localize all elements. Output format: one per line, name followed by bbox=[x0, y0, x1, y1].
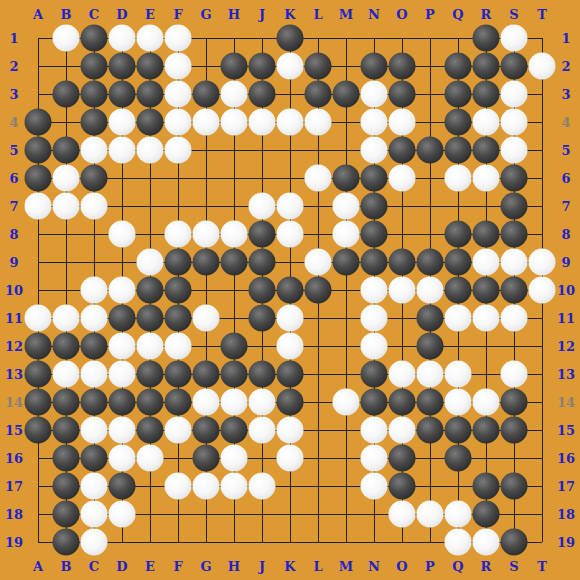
stone-O10-white[interactable] bbox=[389, 277, 416, 304]
row-label-right-8: 8 bbox=[561, 228, 570, 241]
row-label-right-4: 4 bbox=[561, 116, 570, 129]
col-label-top-N: N bbox=[368, 8, 380, 21]
stone-B14-black[interactable] bbox=[53, 389, 80, 416]
row-label-left-14: 14 bbox=[5, 396, 23, 409]
col-label-top-C: C bbox=[89, 8, 99, 21]
col-label-bottom-P: P bbox=[425, 560, 435, 573]
stone-J3-black[interactable] bbox=[249, 81, 276, 108]
stone-L10-black[interactable] bbox=[305, 277, 332, 304]
stone-D8-white[interactable] bbox=[109, 221, 136, 248]
stone-M14-white[interactable] bbox=[333, 389, 360, 416]
col-label-top-J: J bbox=[259, 8, 265, 21]
col-label-top-L: L bbox=[313, 8, 322, 21]
stone-K10-black[interactable] bbox=[277, 277, 304, 304]
stone-F10-black[interactable] bbox=[165, 277, 192, 304]
stone-B19-black[interactable] bbox=[53, 529, 80, 556]
row-label-right-18: 18 bbox=[557, 508, 575, 521]
stone-B17-black[interactable] bbox=[53, 473, 80, 500]
stone-S15-black[interactable] bbox=[501, 417, 528, 444]
stone-K8-white[interactable] bbox=[277, 221, 304, 248]
stone-Q18-white[interactable] bbox=[445, 501, 472, 528]
stone-P13-white[interactable] bbox=[417, 361, 444, 388]
col-label-top-R: R bbox=[481, 8, 492, 21]
stone-C13-white[interactable] bbox=[81, 361, 108, 388]
stone-A4-black[interactable] bbox=[25, 109, 52, 136]
col-label-top-P: P bbox=[425, 8, 435, 21]
stone-S17-black[interactable] bbox=[501, 473, 528, 500]
col-label-bottom-K: K bbox=[284, 560, 295, 573]
stone-S6-black[interactable] bbox=[501, 165, 528, 192]
stone-Q16-black[interactable] bbox=[445, 445, 472, 472]
stone-C17-white[interactable] bbox=[81, 473, 108, 500]
stone-J9-black[interactable] bbox=[249, 249, 276, 276]
stone-R11-white[interactable] bbox=[473, 305, 500, 332]
stone-S14-black[interactable] bbox=[501, 389, 528, 416]
stone-H16-white[interactable] bbox=[221, 445, 248, 472]
stone-C19-white[interactable] bbox=[81, 529, 108, 556]
stone-S11-white[interactable] bbox=[501, 305, 528, 332]
row-label-left-7: 7 bbox=[9, 200, 18, 213]
col-label-bottom-N: N bbox=[368, 560, 380, 573]
stone-L2-black[interactable] bbox=[305, 53, 332, 80]
stone-R5-black[interactable] bbox=[473, 137, 500, 164]
stone-R8-black[interactable] bbox=[473, 221, 500, 248]
stone-D17-black[interactable] bbox=[109, 473, 136, 500]
stone-R4-white[interactable] bbox=[473, 109, 500, 136]
stone-O14-black[interactable] bbox=[389, 389, 416, 416]
stone-T2-white[interactable] bbox=[529, 53, 556, 80]
stone-T9-white[interactable] bbox=[529, 249, 556, 276]
stone-A7-white[interactable] bbox=[25, 193, 52, 220]
row-label-left-1: 1 bbox=[9, 32, 18, 45]
stone-G16-black[interactable] bbox=[193, 445, 220, 472]
stone-F1-white[interactable] bbox=[165, 25, 192, 52]
stone-H12-black[interactable] bbox=[221, 333, 248, 360]
stone-R6-white[interactable] bbox=[473, 165, 500, 192]
stone-K13-black[interactable] bbox=[277, 361, 304, 388]
col-label-top-H: H bbox=[228, 8, 240, 21]
row-label-right-7: 7 bbox=[561, 200, 570, 213]
stone-S1-white[interactable] bbox=[501, 25, 528, 52]
stone-J8-black[interactable] bbox=[249, 221, 276, 248]
stone-F12-white[interactable] bbox=[165, 333, 192, 360]
row-label-right-10: 10 bbox=[557, 284, 575, 297]
stone-L4-white[interactable] bbox=[305, 109, 332, 136]
col-label-top-D: D bbox=[116, 8, 127, 21]
stone-F11-black[interactable] bbox=[165, 305, 192, 332]
stone-F3-white[interactable] bbox=[165, 81, 192, 108]
stone-M6-black[interactable] bbox=[333, 165, 360, 192]
stone-G3-black[interactable] bbox=[193, 81, 220, 108]
col-label-top-G: G bbox=[200, 8, 211, 21]
stone-D11-black[interactable] bbox=[109, 305, 136, 332]
col-label-top-O: O bbox=[396, 8, 407, 21]
stone-B5-black[interactable] bbox=[53, 137, 80, 164]
stone-N2-black[interactable] bbox=[361, 53, 388, 80]
col-label-top-A: A bbox=[33, 8, 43, 21]
stone-C1-black[interactable] bbox=[81, 25, 108, 52]
stone-P14-black[interactable] bbox=[417, 389, 444, 416]
go-board[interactable]: AABBCCDDEEFFGGHHJJKKLLMMNNOOPPQQRRSSTT11… bbox=[0, 0, 580, 580]
col-label-bottom-S: S bbox=[509, 560, 518, 573]
stone-E13-black[interactable] bbox=[137, 361, 164, 388]
stone-E14-black[interactable] bbox=[137, 389, 164, 416]
stone-R1-black[interactable] bbox=[473, 25, 500, 52]
row-label-left-5: 5 bbox=[9, 144, 18, 157]
stone-A14-black[interactable] bbox=[25, 389, 52, 416]
row-label-left-12: 12 bbox=[5, 340, 23, 353]
stone-P18-white[interactable] bbox=[417, 501, 444, 528]
stone-J7-white[interactable] bbox=[249, 193, 276, 220]
stone-G11-white[interactable] bbox=[193, 305, 220, 332]
stone-S3-white[interactable] bbox=[501, 81, 528, 108]
stone-K2-white[interactable] bbox=[277, 53, 304, 80]
stone-C11-white[interactable] bbox=[81, 305, 108, 332]
stone-N10-white[interactable] bbox=[361, 277, 388, 304]
stone-E3-black[interactable] bbox=[137, 81, 164, 108]
stone-J2-black[interactable] bbox=[249, 53, 276, 80]
stone-Q9-black[interactable] bbox=[445, 249, 472, 276]
stone-S9-white[interactable] bbox=[501, 249, 528, 276]
stone-J4-white[interactable] bbox=[249, 109, 276, 136]
col-label-bottom-E: E bbox=[145, 560, 155, 573]
stone-R3-black[interactable] bbox=[473, 81, 500, 108]
stone-R19-white[interactable] bbox=[473, 529, 500, 556]
stone-D10-white[interactable] bbox=[109, 277, 136, 304]
stone-F5-white[interactable] bbox=[165, 137, 192, 164]
stone-Q8-black[interactable] bbox=[445, 221, 472, 248]
stone-J14-white[interactable] bbox=[249, 389, 276, 416]
stone-R15-black[interactable] bbox=[473, 417, 500, 444]
stone-C12-black[interactable] bbox=[81, 333, 108, 360]
stone-C15-white[interactable] bbox=[81, 417, 108, 444]
stone-A6-black[interactable] bbox=[25, 165, 52, 192]
stone-K4-white[interactable] bbox=[277, 109, 304, 136]
stone-F15-white[interactable] bbox=[165, 417, 192, 444]
stone-A12-black[interactable] bbox=[25, 333, 52, 360]
col-label-bottom-A: A bbox=[33, 560, 43, 573]
stone-A15-black[interactable] bbox=[25, 417, 52, 444]
stone-D3-black[interactable] bbox=[109, 81, 136, 108]
stone-J10-black[interactable] bbox=[249, 277, 276, 304]
row-label-right-9: 9 bbox=[561, 256, 570, 269]
stone-J17-white[interactable] bbox=[249, 473, 276, 500]
col-label-bottom-O: O bbox=[396, 560, 407, 573]
col-label-bottom-L: L bbox=[313, 560, 322, 573]
stone-E1-white[interactable] bbox=[137, 25, 164, 52]
stone-O16-black[interactable] bbox=[389, 445, 416, 472]
stone-M8-white[interactable] bbox=[333, 221, 360, 248]
stone-L3-black[interactable] bbox=[305, 81, 332, 108]
stone-B11-white[interactable] bbox=[53, 305, 80, 332]
stone-F2-white[interactable] bbox=[165, 53, 192, 80]
stone-K11-white[interactable] bbox=[277, 305, 304, 332]
stone-N17-white[interactable] bbox=[361, 473, 388, 500]
stone-K16-white[interactable] bbox=[277, 445, 304, 472]
col-label-top-M: M bbox=[339, 8, 353, 21]
stone-E11-black[interactable] bbox=[137, 305, 164, 332]
stone-D4-white[interactable] bbox=[109, 109, 136, 136]
row-label-right-5: 5 bbox=[561, 144, 570, 157]
stone-S7-black[interactable] bbox=[501, 193, 528, 220]
stone-N11-white[interactable] bbox=[361, 305, 388, 332]
stone-S5-white[interactable] bbox=[501, 137, 528, 164]
row-label-right-19: 19 bbox=[557, 536, 575, 549]
stone-M9-black[interactable] bbox=[333, 249, 360, 276]
row-label-left-10: 10 bbox=[5, 284, 23, 297]
stone-D15-white[interactable] bbox=[109, 417, 136, 444]
stone-O4-white[interactable] bbox=[389, 109, 416, 136]
stone-C2-black[interactable] bbox=[81, 53, 108, 80]
stone-S19-black[interactable] bbox=[501, 529, 528, 556]
stone-G8-white[interactable] bbox=[193, 221, 220, 248]
stone-P15-black[interactable] bbox=[417, 417, 444, 444]
stone-F14-black[interactable] bbox=[165, 389, 192, 416]
stone-P5-black[interactable] bbox=[417, 137, 444, 164]
row-label-left-6: 6 bbox=[9, 172, 18, 185]
stone-O2-black[interactable] bbox=[389, 53, 416, 80]
stone-P12-black[interactable] bbox=[417, 333, 444, 360]
stone-P9-black[interactable] bbox=[417, 249, 444, 276]
stone-B7-white[interactable] bbox=[53, 193, 80, 220]
stone-K14-black[interactable] bbox=[277, 389, 304, 416]
col-label-bottom-T: T bbox=[537, 560, 547, 573]
stone-F13-black[interactable] bbox=[165, 361, 192, 388]
stone-H13-black[interactable] bbox=[221, 361, 248, 388]
col-label-bottom-M: M bbox=[339, 560, 353, 573]
col-label-top-T: T bbox=[537, 8, 547, 21]
stone-D1-white[interactable] bbox=[109, 25, 136, 52]
stone-F9-black[interactable] bbox=[165, 249, 192, 276]
stone-H2-black[interactable] bbox=[221, 53, 248, 80]
stone-Q19-white[interactable] bbox=[445, 529, 472, 556]
stone-Q13-white[interactable] bbox=[445, 361, 472, 388]
stone-C10-white[interactable] bbox=[81, 277, 108, 304]
stone-H14-white[interactable] bbox=[221, 389, 248, 416]
stone-O9-black[interactable] bbox=[389, 249, 416, 276]
stone-R2-black[interactable] bbox=[473, 53, 500, 80]
row-label-right-12: 12 bbox=[557, 340, 575, 353]
row-label-left-16: 16 bbox=[5, 452, 23, 465]
stone-N12-white[interactable] bbox=[361, 333, 388, 360]
row-label-left-15: 15 bbox=[5, 424, 23, 437]
stone-A11-white[interactable] bbox=[25, 305, 52, 332]
stone-N16-white[interactable] bbox=[361, 445, 388, 472]
row-label-left-11: 11 bbox=[5, 312, 23, 325]
stone-S2-black[interactable] bbox=[501, 53, 528, 80]
stone-N4-white[interactable] bbox=[361, 109, 388, 136]
row-label-left-4: 4 bbox=[9, 116, 18, 129]
stone-O6-white[interactable] bbox=[389, 165, 416, 192]
stone-Q2-black[interactable] bbox=[445, 53, 472, 80]
col-label-bottom-B: B bbox=[61, 560, 72, 573]
col-label-bottom-H: H bbox=[228, 560, 240, 573]
stone-S4-white[interactable] bbox=[501, 109, 528, 136]
stone-C16-black[interactable] bbox=[81, 445, 108, 472]
stone-F8-white[interactable] bbox=[165, 221, 192, 248]
col-label-top-B: B bbox=[61, 8, 72, 21]
stone-H9-black[interactable] bbox=[221, 249, 248, 276]
col-label-bottom-R: R bbox=[481, 560, 492, 573]
col-label-top-S: S bbox=[509, 8, 518, 21]
stone-H3-white[interactable] bbox=[221, 81, 248, 108]
stone-H17-white[interactable] bbox=[221, 473, 248, 500]
stone-D13-white[interactable] bbox=[109, 361, 136, 388]
stone-O15-white[interactable] bbox=[389, 417, 416, 444]
stone-P10-white[interactable] bbox=[417, 277, 444, 304]
row-label-right-16: 16 bbox=[557, 452, 575, 465]
row-label-left-8: 8 bbox=[9, 228, 18, 241]
stone-R17-black[interactable] bbox=[473, 473, 500, 500]
stone-O13-white[interactable] bbox=[389, 361, 416, 388]
stone-N13-black[interactable] bbox=[361, 361, 388, 388]
stone-C18-white[interactable] bbox=[81, 501, 108, 528]
row-label-right-17: 17 bbox=[557, 480, 575, 493]
stone-N14-black[interactable] bbox=[361, 389, 388, 416]
stone-F17-white[interactable] bbox=[165, 473, 192, 500]
stone-J11-black[interactable] bbox=[249, 305, 276, 332]
stone-L6-white[interactable] bbox=[305, 165, 332, 192]
stone-B1-white[interactable] bbox=[53, 25, 80, 52]
stone-E10-black[interactable] bbox=[137, 277, 164, 304]
row-label-left-3: 3 bbox=[9, 88, 18, 101]
stone-C14-black[interactable] bbox=[81, 389, 108, 416]
stone-B15-black[interactable] bbox=[53, 417, 80, 444]
stone-E5-white[interactable] bbox=[137, 137, 164, 164]
stone-H8-white[interactable] bbox=[221, 221, 248, 248]
stone-C4-black[interactable] bbox=[81, 109, 108, 136]
stone-G13-black[interactable] bbox=[193, 361, 220, 388]
row-label-right-1: 1 bbox=[561, 32, 570, 45]
stone-R10-black[interactable] bbox=[473, 277, 500, 304]
stone-Q10-black[interactable] bbox=[445, 277, 472, 304]
stone-F4-white[interactable] bbox=[165, 109, 192, 136]
row-label-left-2: 2 bbox=[9, 60, 18, 73]
stone-D2-black[interactable] bbox=[109, 53, 136, 80]
stone-M7-white[interactable] bbox=[333, 193, 360, 220]
stone-G9-black[interactable] bbox=[193, 249, 220, 276]
stone-Q11-white[interactable] bbox=[445, 305, 472, 332]
col-label-bottom-G: G bbox=[200, 560, 211, 573]
stone-E15-black[interactable] bbox=[137, 417, 164, 444]
stone-B16-black[interactable] bbox=[53, 445, 80, 472]
stone-Q14-white[interactable] bbox=[445, 389, 472, 416]
col-label-bottom-C: C bbox=[89, 560, 99, 573]
stone-E9-white[interactable] bbox=[137, 249, 164, 276]
stone-N8-black[interactable] bbox=[361, 221, 388, 248]
col-label-top-Q: Q bbox=[452, 8, 463, 21]
stone-G15-black[interactable] bbox=[193, 417, 220, 444]
stone-N15-white[interactable] bbox=[361, 417, 388, 444]
stone-D18-white[interactable] bbox=[109, 501, 136, 528]
stone-S10-black[interactable] bbox=[501, 277, 528, 304]
stone-R14-white[interactable] bbox=[473, 389, 500, 416]
stone-N3-white[interactable] bbox=[361, 81, 388, 108]
stone-O5-black[interactable] bbox=[389, 137, 416, 164]
stone-D14-black[interactable] bbox=[109, 389, 136, 416]
stone-E12-white[interactable] bbox=[137, 333, 164, 360]
stone-H4-white[interactable] bbox=[221, 109, 248, 136]
col-label-top-E: E bbox=[145, 8, 155, 21]
stone-K15-white[interactable] bbox=[277, 417, 304, 444]
col-label-top-K: K bbox=[284, 8, 295, 21]
stone-R18-black[interactable] bbox=[473, 501, 500, 528]
stone-K7-white[interactable] bbox=[277, 193, 304, 220]
stone-K1-black[interactable] bbox=[277, 25, 304, 52]
stone-Q4-black[interactable] bbox=[445, 109, 472, 136]
row-label-right-6: 6 bbox=[561, 172, 570, 185]
stone-M3-black[interactable] bbox=[333, 81, 360, 108]
stone-B3-black[interactable] bbox=[53, 81, 80, 108]
stone-A5-black[interactable] bbox=[25, 137, 52, 164]
stone-O3-black[interactable] bbox=[389, 81, 416, 108]
stone-N9-black[interactable] bbox=[361, 249, 388, 276]
stone-C5-white[interactable] bbox=[81, 137, 108, 164]
row-label-left-13: 13 bbox=[5, 368, 23, 381]
stone-O18-white[interactable] bbox=[389, 501, 416, 528]
row-label-left-19: 19 bbox=[5, 536, 23, 549]
stone-D12-white[interactable] bbox=[109, 333, 136, 360]
stone-C6-black[interactable] bbox=[81, 165, 108, 192]
col-label-bottom-Q: Q bbox=[452, 560, 463, 573]
stone-Q5-black[interactable] bbox=[445, 137, 472, 164]
stone-G14-white[interactable] bbox=[193, 389, 220, 416]
stone-S13-white[interactable] bbox=[501, 361, 528, 388]
stone-G17-white[interactable] bbox=[193, 473, 220, 500]
row-label-left-18: 18 bbox=[5, 508, 23, 521]
row-label-left-17: 17 bbox=[5, 480, 23, 493]
stone-E4-black[interactable] bbox=[137, 109, 164, 136]
stone-L9-white[interactable] bbox=[305, 249, 332, 276]
stone-Q15-black[interactable] bbox=[445, 417, 472, 444]
stone-R9-white[interactable] bbox=[473, 249, 500, 276]
stone-C3-black[interactable] bbox=[81, 81, 108, 108]
stone-N6-black[interactable] bbox=[361, 165, 388, 192]
stone-P11-black[interactable] bbox=[417, 305, 444, 332]
row-label-right-14: 14 bbox=[557, 396, 575, 409]
stone-T10-white[interactable] bbox=[529, 277, 556, 304]
stone-E2-black[interactable] bbox=[137, 53, 164, 80]
stone-J13-black[interactable] bbox=[249, 361, 276, 388]
stone-E16-white[interactable] bbox=[137, 445, 164, 472]
stone-Q3-black[interactable] bbox=[445, 81, 472, 108]
stone-D5-white[interactable] bbox=[109, 137, 136, 164]
row-label-right-11: 11 bbox=[557, 312, 575, 325]
stone-B13-white[interactable] bbox=[53, 361, 80, 388]
stone-S8-black[interactable] bbox=[501, 221, 528, 248]
stone-C7-white[interactable] bbox=[81, 193, 108, 220]
stone-N5-white[interactable] bbox=[361, 137, 388, 164]
row-label-right-15: 15 bbox=[557, 424, 575, 437]
stone-Q6-white[interactable] bbox=[445, 165, 472, 192]
col-label-bottom-D: D bbox=[116, 560, 127, 573]
stone-D16-white[interactable] bbox=[109, 445, 136, 472]
col-label-bottom-J: J bbox=[259, 560, 265, 573]
stone-B12-black[interactable] bbox=[53, 333, 80, 360]
stone-N7-black[interactable] bbox=[361, 193, 388, 220]
stone-H15-black[interactable] bbox=[221, 417, 248, 444]
stone-A13-black[interactable] bbox=[25, 361, 52, 388]
row-label-left-9: 9 bbox=[9, 256, 18, 269]
stone-G4-white[interactable] bbox=[193, 109, 220, 136]
stone-J15-white[interactable] bbox=[249, 417, 276, 444]
stone-B18-black[interactable] bbox=[53, 501, 80, 528]
col-label-top-F: F bbox=[173, 8, 182, 21]
stone-K12-white[interactable] bbox=[277, 333, 304, 360]
row-label-right-2: 2 bbox=[561, 60, 570, 73]
stone-B6-white[interactable] bbox=[53, 165, 80, 192]
stone-O17-black[interactable] bbox=[389, 473, 416, 500]
